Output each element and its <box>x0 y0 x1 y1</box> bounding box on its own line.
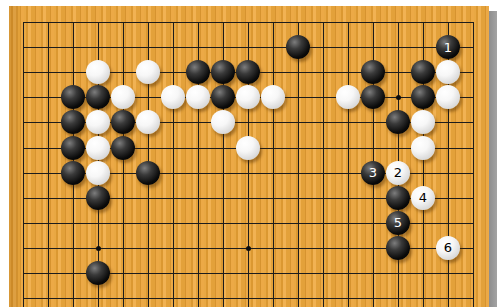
stone-white[interactable] <box>86 136 110 160</box>
stone-black[interactable] <box>411 60 435 84</box>
stone-white[interactable] <box>111 85 135 109</box>
stone-black[interactable] <box>186 60 210 84</box>
stone-white[interactable] <box>136 60 160 84</box>
stone-black[interactable] <box>386 236 410 260</box>
move-number-label: 5 <box>394 216 402 229</box>
stone-white[interactable] <box>236 136 260 160</box>
stone-black[interactable] <box>386 110 410 134</box>
star-point <box>96 246 101 251</box>
move-1-stone-black[interactable]: 1 <box>436 35 460 59</box>
stone-black[interactable] <box>86 186 110 210</box>
move-number-label: 6 <box>444 241 452 254</box>
grid-vline <box>473 22 474 307</box>
grid-vline <box>48 22 49 307</box>
stone-black[interactable] <box>361 60 385 84</box>
stone-black[interactable] <box>136 161 160 185</box>
stone-black[interactable] <box>211 85 235 109</box>
move-6-stone-white[interactable]: 6 <box>436 236 460 260</box>
stone-black[interactable] <box>211 60 235 84</box>
stone-white[interactable] <box>136 110 160 134</box>
stone-white[interactable] <box>86 60 110 84</box>
move-5-stone-black[interactable]: 5 <box>386 211 410 235</box>
grid-vline <box>323 22 324 307</box>
stone-white[interactable] <box>161 85 185 109</box>
stone-white[interactable] <box>336 85 360 109</box>
stone-black[interactable] <box>86 85 110 109</box>
stone-white[interactable] <box>411 110 435 134</box>
move-number-label: 4 <box>419 191 427 204</box>
move-number-label: 2 <box>394 166 402 179</box>
stone-black[interactable] <box>61 136 85 160</box>
stone-black[interactable] <box>411 85 435 109</box>
stone-white[interactable] <box>86 161 110 185</box>
stone-black[interactable] <box>61 85 85 109</box>
grid-vline <box>273 22 274 307</box>
stone-black[interactable] <box>286 35 310 59</box>
move-4-stone-white[interactable]: 4 <box>411 186 435 210</box>
stone-white[interactable] <box>186 85 210 109</box>
star-point <box>396 95 401 100</box>
stone-black[interactable] <box>236 60 260 84</box>
grid-vline <box>23 22 24 307</box>
board-edge-shadow <box>489 11 497 307</box>
move-3-stone-black[interactable]: 3 <box>361 161 385 185</box>
stone-white[interactable] <box>411 136 435 160</box>
grid-vline <box>348 22 349 307</box>
stone-black[interactable] <box>61 161 85 185</box>
grid-vline <box>123 22 124 307</box>
stone-white[interactable] <box>236 85 260 109</box>
stone-black[interactable] <box>361 85 385 109</box>
stone-white[interactable] <box>86 110 110 134</box>
stone-white[interactable] <box>436 85 460 109</box>
stone-black[interactable] <box>111 136 135 160</box>
stone-black[interactable] <box>386 186 410 210</box>
grid-vline <box>173 22 174 307</box>
star-point <box>246 246 251 251</box>
stone-black[interactable] <box>111 110 135 134</box>
stone-white[interactable] <box>261 85 285 109</box>
stone-white[interactable] <box>436 60 460 84</box>
stone-black[interactable] <box>86 261 110 285</box>
move-number-label: 3 <box>369 166 377 179</box>
go-board[interactable]: 132456 <box>9 6 489 307</box>
move-number-label: 1 <box>444 41 452 54</box>
stone-white[interactable] <box>211 110 235 134</box>
grid-vline <box>298 22 299 307</box>
stone-black[interactable] <box>61 110 85 134</box>
move-2-stone-white[interactable]: 2 <box>386 161 410 185</box>
